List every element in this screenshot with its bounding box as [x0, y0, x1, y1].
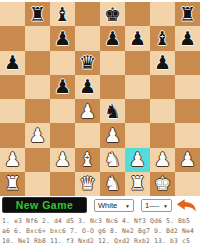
square-c8[interactable]: ♝ — [50, 2, 75, 26]
square-e8[interactable]: ♚ — [100, 2, 125, 26]
square-e2[interactable]: ♞ — [100, 148, 125, 172]
square-d7[interactable] — [75, 26, 100, 50]
white-rook: ♜ — [129, 174, 146, 193]
move-list-line-3: 10. Ne1 Rb8 11. f3 Nxd2 12. Qxd2 Rxb2 13… — [2, 236, 199, 244]
square-a3[interactable] — [0, 123, 25, 147]
white-pawn: ♟ — [129, 150, 146, 169]
square-b4[interactable] — [25, 99, 50, 123]
square-g8[interactable] — [150, 2, 175, 26]
white-rook: ♜ — [4, 174, 21, 193]
square-g2[interactable]: ♟ — [150, 148, 175, 172]
square-d8[interactable] — [75, 2, 100, 26]
square-c4[interactable] — [50, 99, 75, 123]
black-rook: ♜ — [29, 4, 46, 23]
square-f8[interactable] — [125, 2, 150, 26]
black-pawn: ♟ — [179, 28, 196, 47]
new-game-button[interactable]: New Game — [2, 197, 87, 213]
square-f2[interactable]: ♟ — [125, 148, 150, 172]
square-b7[interactable] — [25, 26, 50, 50]
white-bishop: ♝ — [79, 150, 96, 169]
square-f6[interactable] — [125, 51, 150, 75]
square-c7[interactable]: ♟ — [50, 26, 75, 50]
square-e7[interactable]: ♟ — [100, 26, 125, 50]
chevron-down-icon: ▼ — [163, 203, 168, 209]
black-king: ♚ — [104, 4, 121, 23]
black-pawn: ♟ — [129, 28, 146, 47]
chevron-down-icon: ▼ — [125, 203, 130, 209]
square-g6[interactable]: ♟ — [150, 51, 175, 75]
square-d4[interactable]: ♟ — [75, 99, 100, 123]
square-h4[interactable] — [175, 99, 200, 123]
player-color-value: White — [98, 201, 117, 210]
square-c6[interactable] — [50, 51, 75, 75]
square-a7[interactable] — [0, 26, 25, 50]
square-d2[interactable]: ♝ — [75, 148, 100, 172]
square-b1[interactable] — [25, 172, 50, 196]
square-e1[interactable]: ♞ — [100, 172, 125, 196]
square-g3[interactable] — [150, 123, 175, 147]
back-arrow-icon — [175, 198, 197, 213]
black-pawn: ♟ — [154, 53, 171, 72]
square-b8[interactable]: ♜ — [25, 2, 50, 26]
square-h2[interactable]: ♟ — [175, 148, 200, 172]
square-f7[interactable]: ♟ — [125, 26, 150, 50]
square-g5[interactable] — [150, 75, 175, 99]
black-pawn: ♟ — [104, 28, 121, 47]
black-rook: ♜ — [179, 4, 196, 23]
square-g4[interactable] — [150, 99, 175, 123]
difficulty-select[interactable]: 1---- ▼ — [141, 199, 172, 212]
square-b5[interactable] — [25, 75, 50, 99]
square-f4[interactable] — [125, 99, 150, 123]
square-a6[interactable]: ♟ — [0, 51, 25, 75]
square-c2[interactable]: ♟ — [50, 148, 75, 172]
square-d1[interactable]: ♛ — [75, 172, 100, 196]
move-list-line-1: 1. e3 Nf6 2. d4 d5 3. Nc3 Nc6 4. Nf3 Qd6… — [2, 216, 199, 226]
black-bishop: ♝ — [54, 4, 71, 23]
white-pawn: ♟ — [54, 150, 71, 169]
white-queen: ♛ — [79, 174, 96, 193]
square-e6[interactable] — [100, 51, 125, 75]
square-a2[interactable]: ♟ — [0, 148, 25, 172]
black-knight: ♞ — [104, 101, 121, 120]
square-d6[interactable]: ♛ — [75, 51, 100, 75]
square-e5[interactable] — [100, 75, 125, 99]
undo-move-button[interactable] — [175, 198, 197, 213]
white-pawn: ♟ — [179, 150, 196, 169]
square-d3[interactable] — [75, 123, 100, 147]
square-c5[interactable]: ♟ — [50, 75, 75, 99]
white-pawn: ♟ — [4, 150, 21, 169]
move-list-line-2: a6 6. Bxc6+ bxc6 7. O-O g6 8. Ne2 Bg7 9.… — [2, 226, 199, 236]
square-h8[interactable]: ♜ — [175, 2, 200, 26]
square-c3[interactable] — [50, 123, 75, 147]
square-h3[interactable] — [175, 123, 200, 147]
chess-board: ♜♝♚♜♟♟♟♝♟♟♛♟♟♟♟♞♟♟♟♟♝♞♟♟♟♜♛♞♜♚ — [0, 2, 200, 196]
square-e4[interactable]: ♞ — [100, 99, 125, 123]
square-b6[interactable] — [25, 51, 50, 75]
control-bar: New Game White ▼ 1---- ▼ — [0, 197, 200, 214]
square-h7[interactable]: ♟ — [175, 26, 200, 50]
white-pawn: ♟ — [29, 125, 46, 144]
white-pawn: ♟ — [154, 150, 171, 169]
player-color-select[interactable]: White ▼ — [94, 199, 134, 212]
square-f1[interactable]: ♜ — [125, 172, 150, 196]
square-h1[interactable] — [175, 172, 200, 196]
square-f3[interactable] — [125, 123, 150, 147]
black-queen: ♛ — [79, 53, 96, 72]
white-pawn: ♟ — [104, 125, 121, 144]
square-a8[interactable] — [0, 2, 25, 26]
square-h6[interactable] — [175, 51, 200, 75]
square-b3[interactable]: ♟ — [25, 123, 50, 147]
square-a5[interactable] — [0, 75, 25, 99]
square-a1[interactable]: ♜ — [0, 172, 25, 196]
black-pawn: ♟ — [4, 53, 21, 72]
square-f5[interactable] — [125, 75, 150, 99]
square-d5[interactable]: ♟ — [75, 75, 100, 99]
white-pawn: ♟ — [79, 101, 96, 120]
square-g7[interactable]: ♝ — [150, 26, 175, 50]
black-pawn: ♟ — [54, 77, 71, 96]
square-a4[interactable] — [0, 99, 25, 123]
square-g1[interactable]: ♚ — [150, 172, 175, 196]
square-b2[interactable] — [25, 148, 50, 172]
square-c1[interactable] — [50, 172, 75, 196]
white-king: ♚ — [154, 174, 171, 193]
square-e3[interactable]: ♟ — [100, 123, 125, 147]
difficulty-value: 1---- — [145, 201, 159, 210]
square-h5[interactable] — [175, 75, 200, 99]
white-knight: ♞ — [104, 150, 121, 169]
black-pawn: ♟ — [79, 77, 96, 96]
black-bishop: ♝ — [154, 28, 171, 47]
move-list: 1. e3 Nf6 2. d4 d5 3. Nc3 Nc6 4. Nf3 Qd6… — [2, 216, 199, 244]
white-knight: ♞ — [104, 174, 121, 193]
black-pawn: ♟ — [54, 28, 71, 47]
